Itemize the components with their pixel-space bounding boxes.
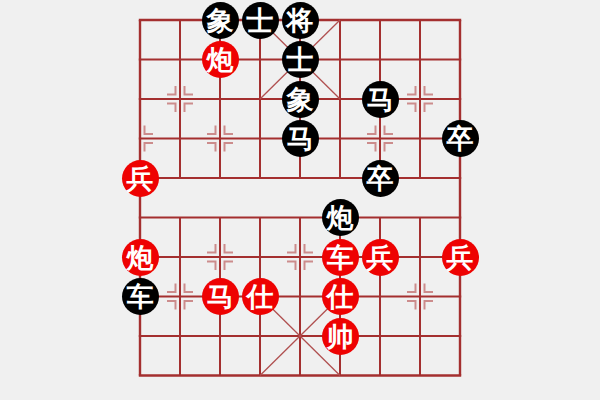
piece-red-advisor[interactable]: 仕 <box>322 278 359 315</box>
piece-black-elephant[interactable]: 象 <box>282 81 319 118</box>
piece-red-advisor[interactable]: 仕 <box>242 278 279 315</box>
piece-black-horse[interactable]: 马 <box>282 120 319 157</box>
piece-black-chariot[interactable]: 车 <box>122 278 159 315</box>
xiangqi-app: 象士将炮士象马马卒兵卒炮炮车兵兵车马仕仕帅 <box>0 0 600 400</box>
piece-black-cannon[interactable]: 炮 <box>322 199 359 236</box>
piece-red-cannon[interactable]: 炮 <box>122 239 159 276</box>
piece-black-horse[interactable]: 马 <box>362 81 399 118</box>
piece-black-general[interactable]: 将 <box>282 2 319 39</box>
piece-red-general[interactable]: 帅 <box>322 318 359 355</box>
xiangqi-board[interactable]: 象士将炮士象马马卒兵卒炮炮车兵兵车马仕仕帅 <box>120 1 480 396</box>
piece-red-soldier[interactable]: 兵 <box>442 239 479 276</box>
piece-red-chariot[interactable]: 车 <box>322 239 359 276</box>
piece-red-soldier[interactable]: 兵 <box>122 160 159 197</box>
piece-black-soldier[interactable]: 卒 <box>442 120 479 157</box>
piece-red-cannon[interactable]: 炮 <box>202 41 239 78</box>
piece-black-elephant[interactable]: 象 <box>202 2 239 39</box>
piece-black-advisor[interactable]: 士 <box>242 2 279 39</box>
piece-black-soldier[interactable]: 卒 <box>362 160 399 197</box>
piece-black-advisor[interactable]: 士 <box>282 41 319 78</box>
piece-red-horse[interactable]: 马 <box>202 278 239 315</box>
piece-red-soldier[interactable]: 兵 <box>362 239 399 276</box>
